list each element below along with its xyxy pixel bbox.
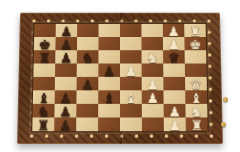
square-b3[interactable] [142, 104, 164, 118]
square-h2[interactable]: ♟ [163, 24, 185, 37]
black-pawn-e5[interactable]: ♟ [98, 64, 120, 77]
black-pawn-a7[interactable]: ♟ [54, 118, 76, 132]
black-queen-f2[interactable]: ♛ [163, 51, 185, 64]
black-pawn-d6[interactable]: ♟ [77, 78, 99, 91]
square-h6[interactable] [77, 24, 99, 37]
black-pawn-g7[interactable]: ♟ [55, 38, 77, 51]
square-b7[interactable]: ♟ [54, 104, 76, 118]
brass-hinge-icon [223, 97, 228, 102]
square-g7[interactable]: ♟ [55, 37, 77, 50]
square-h3[interactable] [141, 24, 163, 37]
white-pawn-c3[interactable]: ♟ [142, 91, 164, 105]
white-rook-a1[interactable]: ♜ [186, 118, 208, 132]
square-d2[interactable] [163, 77, 185, 90]
square-h8[interactable] [34, 24, 56, 37]
square-g6[interactable] [77, 37, 99, 50]
square-a6[interactable] [76, 117, 98, 131]
black-king-g8[interactable]: ♚ [34, 38, 56, 51]
black-bishop-c8[interactable]: ♝ [33, 91, 55, 105]
square-f5[interactable] [98, 50, 120, 63]
square-g8[interactable]: ♚ [34, 37, 56, 50]
black-knight-b8[interactable]: ♞ [33, 105, 55, 119]
square-b4[interactable] [120, 104, 142, 118]
square-a1[interactable]: ♜ [186, 117, 208, 131]
square-g3[interactable] [141, 37, 163, 50]
square-g4[interactable] [120, 37, 142, 50]
square-a2[interactable]: ♟ [164, 117, 186, 131]
square-a8[interactable]: ♜ [32, 117, 54, 131]
square-f8[interactable]: ♜ [34, 50, 56, 63]
white-bishop-c1[interactable]: ♝ [185, 91, 207, 105]
square-c4[interactable]: ♝ [120, 90, 142, 104]
square-d6[interactable]: ♟ [77, 77, 99, 90]
square-c2[interactable] [163, 90, 185, 104]
square-g2[interactable]: ♟ [163, 37, 185, 50]
square-g1[interactable]: ♚ [184, 37, 206, 50]
white-pawn-h2[interactable]: ♟ [163, 25, 185, 38]
white-pawn-b2[interactable]: ♟ [164, 105, 186, 119]
square-c5[interactable]: ♝ [98, 90, 120, 104]
square-a3[interactable] [142, 117, 164, 131]
square-b5[interactable] [98, 104, 120, 118]
square-d3[interactable]: ♟ [142, 77, 164, 90]
square-c8[interactable]: ♝ [33, 90, 55, 104]
square-f4[interactable] [120, 50, 142, 63]
white-pawn-e4[interactable]: ♟ [120, 64, 142, 77]
square-b2[interactable]: ♟ [164, 104, 186, 118]
square-f3[interactable]: ♞ [142, 50, 164, 63]
black-pawn-f7[interactable]: ♟ [55, 51, 77, 64]
black-pawn-b7[interactable]: ♟ [54, 105, 76, 119]
white-king-g1[interactable]: ♚ [184, 38, 206, 51]
white-pawn-g2[interactable]: ♟ [163, 38, 185, 51]
square-a5[interactable] [98, 117, 120, 131]
black-pawn-c7[interactable]: ♟ [55, 91, 77, 105]
black-pawn-h7[interactable]: ♟ [56, 25, 78, 38]
square-f7[interactable]: ♟ [55, 50, 77, 63]
square-e1[interactable] [185, 64, 207, 77]
square-a7[interactable]: ♟ [54, 117, 76, 131]
white-rook-h1[interactable]: ♜ [184, 25, 206, 38]
white-queen-d1[interactable]: ♛ [185, 78, 207, 91]
white-knight-f3[interactable]: ♞ [142, 51, 164, 64]
square-e7[interactable] [55, 64, 77, 77]
chess-board: ♟♟♜♚♟♟♚♜♟♞♞♛♟♟♟♟♛♝♟♝♝♟♝♞♟♟♞♜♟♟♜ [32, 24, 207, 131]
brass-hinge-icon [221, 122, 226, 127]
black-rook-a8[interactable]: ♜ [32, 118, 54, 132]
square-e3[interactable] [142, 64, 164, 77]
square-e2[interactable] [163, 64, 185, 77]
square-d7[interactable] [55, 77, 77, 90]
square-h1[interactable]: ♜ [184, 24, 206, 37]
black-knight-f6[interactable]: ♞ [77, 51, 99, 64]
black-rook-f8[interactable]: ♜ [34, 51, 56, 64]
square-g5[interactable] [98, 37, 120, 50]
square-b1[interactable]: ♞ [185, 104, 207, 118]
white-bishop-c4[interactable]: ♝ [120, 91, 142, 105]
square-d5[interactable] [98, 77, 120, 90]
square-h7[interactable]: ♟ [56, 24, 78, 37]
square-e6[interactable] [77, 64, 99, 77]
square-d8[interactable] [33, 77, 55, 90]
square-a4[interactable] [120, 117, 142, 131]
board-frame: ♟♟♜♚♟♟♚♜♟♞♞♛♟♟♟♟♛♝♟♝♝♟♝♞♟♟♞♜♟♟♜ [17, 13, 223, 144]
white-pawn-a2[interactable]: ♟ [164, 118, 186, 132]
square-c6[interactable] [76, 90, 98, 104]
square-e4[interactable]: ♟ [120, 64, 142, 77]
square-h4[interactable] [120, 24, 141, 37]
white-knight-b1[interactable]: ♞ [185, 105, 207, 119]
square-c7[interactable]: ♟ [55, 90, 77, 104]
square-b8[interactable]: ♞ [33, 104, 55, 118]
square-f6[interactable]: ♞ [77, 50, 99, 63]
square-c3[interactable]: ♟ [142, 90, 164, 104]
square-h5[interactable] [99, 24, 120, 37]
chess-set-photo: ♟♟♜♚♟♟♚♜♟♞♞♛♟♟♟♟♛♝♟♝♝♟♝♞♟♟♞♜♟♟♜ [0, 0, 240, 152]
square-e8[interactable] [33, 64, 55, 77]
square-e5[interactable]: ♟ [98, 64, 120, 77]
square-f1[interactable] [185, 50, 207, 63]
square-c1[interactable]: ♝ [185, 90, 207, 104]
black-bishop-c5[interactable]: ♝ [98, 91, 120, 105]
white-pawn-d3[interactable]: ♟ [142, 78, 164, 91]
square-d4[interactable] [120, 77, 142, 90]
square-f2[interactable]: ♛ [163, 50, 185, 63]
square-b6[interactable] [76, 104, 98, 118]
square-d1[interactable]: ♛ [185, 77, 207, 90]
